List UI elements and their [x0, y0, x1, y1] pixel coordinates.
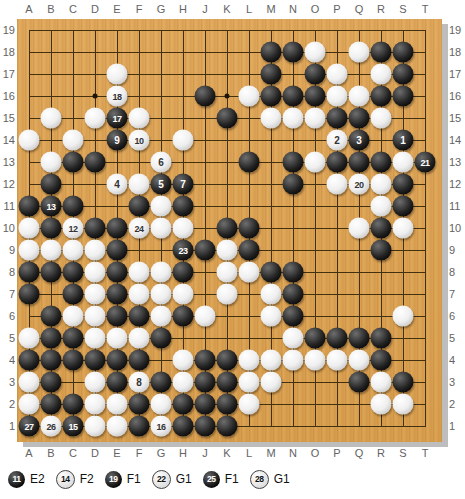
- white-stone-H14[interactable]: [173, 130, 194, 151]
- caption-move-19-stone: 19: [105, 471, 122, 488]
- white-stone-P12[interactable]: [327, 174, 348, 195]
- coord-label-top: T: [422, 3, 429, 15]
- white-stone-A5[interactable]: [19, 328, 40, 349]
- caption-move-22-stone: 22: [152, 470, 171, 489]
- move-number: 23: [178, 245, 187, 255]
- white-stone-K7[interactable]: [217, 284, 238, 305]
- white-stone-K8[interactable]: [217, 262, 238, 283]
- black-stone-M17[interactable]: [261, 64, 282, 85]
- move-number: 1: [400, 135, 406, 145]
- white-stone-F10[interactable]: 24: [129, 218, 150, 239]
- coord-label-top: C: [69, 3, 77, 15]
- move-number: 7: [180, 179, 186, 189]
- black-stone-K1[interactable]: [217, 416, 238, 437]
- white-stone-N5[interactable]: [283, 328, 304, 349]
- black-stone-N6[interactable]: [283, 306, 304, 327]
- coord-label-top: R: [377, 3, 385, 15]
- coord-label-right: 9: [449, 244, 455, 256]
- white-stone-Q10[interactable]: [349, 218, 370, 239]
- coord-label-right: 7: [449, 288, 455, 300]
- move-number: 18: [112, 91, 121, 101]
- move-number: 10: [134, 135, 143, 145]
- black-stone-F11[interactable]: [129, 196, 150, 217]
- coord-label-left: 11: [1, 200, 15, 212]
- coord-label-top: K: [223, 3, 230, 15]
- coord-label-top: J: [202, 3, 208, 15]
- black-stone-A11[interactable]: [19, 196, 40, 217]
- black-stone-M18[interactable]: [261, 42, 282, 63]
- black-stone-O17[interactable]: [305, 64, 326, 85]
- black-stone-B6[interactable]: [41, 306, 62, 327]
- coord-label-bottom: L: [246, 447, 252, 459]
- grid-line-horizontal: [29, 206, 426, 207]
- coord-label-bottom: P: [333, 447, 340, 459]
- coord-label-bottom: D: [91, 447, 99, 459]
- white-stone-F3[interactable]: 8: [129, 372, 150, 393]
- black-stone-C1[interactable]: 15: [63, 416, 84, 437]
- grid-line-horizontal: [29, 74, 426, 75]
- white-stone-B13[interactable]: [41, 152, 62, 173]
- black-stone-K2[interactable]: [217, 394, 238, 415]
- white-stone-L16[interactable]: [239, 86, 260, 107]
- coord-label-bottom: M: [266, 447, 275, 459]
- coord-label-right: 6: [449, 310, 455, 322]
- black-stone-P13[interactable]: [327, 152, 348, 173]
- white-stone-E1[interactable]: [107, 416, 128, 437]
- move-number: 12: [68, 223, 77, 233]
- black-stone-S16[interactable]: [393, 86, 414, 107]
- white-stone-R12[interactable]: [371, 174, 392, 195]
- white-stone-R2[interactable]: [371, 394, 392, 415]
- white-stone-D1[interactable]: [85, 416, 106, 437]
- black-stone-S18[interactable]: [393, 42, 414, 63]
- white-stone-P14[interactable]: 2: [327, 130, 348, 151]
- black-stone-K4[interactable]: [217, 350, 238, 371]
- coord-label-left: 10: [1, 222, 15, 234]
- black-stone-H2[interactable]: [173, 394, 194, 415]
- black-stone-E14[interactable]: 9: [107, 130, 128, 151]
- coord-label-top: P: [333, 3, 340, 15]
- black-stone-B12[interactable]: [41, 174, 62, 195]
- black-stone-E15[interactable]: 17: [107, 108, 128, 129]
- black-stone-B11[interactable]: 13: [41, 196, 62, 217]
- black-stone-R5[interactable]: [371, 328, 392, 349]
- white-stone-Q12[interactable]: 20: [349, 174, 370, 195]
- coord-label-bottom: C: [69, 447, 77, 459]
- black-stone-C8[interactable]: [63, 262, 84, 283]
- white-stone-A14[interactable]: [19, 130, 40, 151]
- black-stone-K3[interactable]: [217, 372, 238, 393]
- white-stone-E17[interactable]: [107, 64, 128, 85]
- caption-move-number: 22: [157, 474, 165, 484]
- coord-label-right: 15: [449, 112, 461, 124]
- white-stone-Q4[interactable]: [349, 350, 370, 371]
- coord-label-left: 19: [1, 24, 15, 36]
- white-stone-A9[interactable]: [19, 240, 40, 261]
- coord-label-right: 19: [449, 24, 461, 36]
- black-stone-H11[interactable]: [173, 196, 194, 217]
- white-stone-O4[interactable]: [305, 350, 326, 371]
- coord-label-left: 1: [1, 420, 15, 432]
- black-stone-E3[interactable]: [107, 372, 128, 393]
- coord-label-bottom: J: [202, 447, 208, 459]
- black-stone-B2[interactable]: [41, 394, 62, 415]
- white-stone-N4[interactable]: [283, 350, 304, 371]
- white-stone-B9[interactable]: [41, 240, 62, 261]
- white-stone-C9[interactable]: [63, 240, 84, 261]
- black-stone-J16[interactable]: [195, 86, 216, 107]
- black-stone-J9[interactable]: [195, 240, 216, 261]
- coord-label-right: 17: [449, 68, 461, 80]
- coord-label-left: 14: [1, 134, 15, 146]
- go-board[interactable]: 18179102316214572013122423827261516: [17, 19, 442, 442]
- white-stone-G10[interactable]: [151, 218, 172, 239]
- move-number: 8: [136, 377, 142, 387]
- black-stone-T13[interactable]: 21: [415, 152, 436, 173]
- white-stone-O13[interactable]: [305, 152, 326, 173]
- white-stone-C14[interactable]: [63, 130, 84, 151]
- black-stone-E10[interactable]: [107, 218, 128, 239]
- black-stone-D13[interactable]: [85, 152, 106, 173]
- black-stone-G12[interactable]: 5: [151, 174, 172, 195]
- white-stone-C10[interactable]: 12: [63, 218, 84, 239]
- white-stone-G2[interactable]: [151, 394, 172, 415]
- coord-label-left: 5: [1, 332, 15, 344]
- white-stone-G8[interactable]: [151, 262, 172, 283]
- move-number: 15: [68, 421, 77, 431]
- white-stone-Q18[interactable]: [349, 42, 370, 63]
- black-stone-N8[interactable]: [283, 262, 304, 283]
- coord-label-top: F: [136, 3, 143, 15]
- white-stone-A10[interactable]: [19, 218, 40, 239]
- white-stone-F7[interactable]: [129, 284, 150, 305]
- black-stone-E9[interactable]: [107, 240, 128, 261]
- caption-move-point: F2: [80, 472, 94, 486]
- black-stone-Q14[interactable]: 3: [349, 130, 370, 151]
- white-stone-D8[interactable]: [85, 262, 106, 283]
- black-stone-J2[interactable]: [195, 394, 216, 415]
- black-stone-F2[interactable]: [129, 394, 150, 415]
- move-caption: 11E214F219F122G125F128G1: [8, 468, 296, 490]
- black-stone-H1[interactable]: [173, 416, 194, 437]
- white-stone-D15[interactable]: [85, 108, 106, 129]
- white-stone-S2[interactable]: [393, 394, 414, 415]
- white-stone-R17[interactable]: [371, 64, 392, 85]
- move-number: 16: [156, 421, 165, 431]
- white-stone-D9[interactable]: [85, 240, 106, 261]
- coord-label-bottom: O: [311, 447, 320, 459]
- black-stone-B3[interactable]: [41, 372, 62, 393]
- black-stone-P5[interactable]: [327, 328, 348, 349]
- white-stone-D6[interactable]: [85, 306, 106, 327]
- coord-label-right: 8: [449, 266, 455, 278]
- white-stone-P16[interactable]: [327, 86, 348, 107]
- white-stone-M15[interactable]: [261, 108, 282, 129]
- black-stone-G3[interactable]: [151, 372, 172, 393]
- white-stone-M7[interactable]: [261, 284, 282, 305]
- black-stone-M8[interactable]: [261, 262, 282, 283]
- caption-move-point: F1: [127, 472, 141, 486]
- caption-move-number: 25: [207, 474, 215, 484]
- white-stone-R15[interactable]: [371, 108, 392, 129]
- black-stone-C5[interactable]: [63, 328, 84, 349]
- coord-label-top: H: [179, 3, 187, 15]
- coord-label-left: 13: [1, 156, 15, 168]
- coord-label-left: 12: [1, 178, 15, 190]
- black-stone-O16[interactable]: [305, 86, 326, 107]
- go-diagram: 18179102316214572013122423827261516 AABB…: [0, 0, 465, 499]
- white-stone-R3[interactable]: [371, 372, 392, 393]
- black-stone-F6[interactable]: [129, 306, 150, 327]
- black-stone-H8[interactable]: [173, 262, 194, 283]
- coord-label-top: O: [311, 3, 320, 15]
- coord-label-top: S: [399, 3, 406, 15]
- caption-move-11-stone: 11: [8, 471, 25, 488]
- white-stone-S6[interactable]: [393, 306, 414, 327]
- coord-label-top: G: [157, 3, 166, 15]
- move-number: 13: [46, 201, 55, 211]
- coord-label-bottom: N: [289, 447, 297, 459]
- black-stone-H9[interactable]: 23: [173, 240, 194, 261]
- black-stone-R4[interactable]: [371, 350, 392, 371]
- black-stone-C7[interactable]: [63, 284, 84, 305]
- white-stone-G6[interactable]: [151, 306, 172, 327]
- black-stone-D10[interactable]: [85, 218, 106, 239]
- coord-label-bottom: T: [422, 447, 429, 459]
- caption-move-number: 19: [109, 474, 117, 484]
- black-stone-A8[interactable]: [19, 262, 40, 283]
- black-stone-K15[interactable]: [217, 108, 238, 129]
- black-stone-L13[interactable]: [239, 152, 260, 173]
- black-stone-S12[interactable]: [393, 174, 414, 195]
- black-stone-Q15[interactable]: [349, 108, 370, 129]
- white-stone-D2[interactable]: [85, 394, 106, 415]
- white-stone-B15[interactable]: [41, 108, 62, 129]
- white-stone-O15[interactable]: [305, 108, 326, 129]
- black-stone-N16[interactable]: [283, 86, 304, 107]
- black-stone-R13[interactable]: [371, 152, 392, 173]
- black-stone-S17[interactable]: [393, 64, 414, 85]
- black-stone-A4[interactable]: [19, 350, 40, 371]
- white-stone-D5[interactable]: [85, 328, 106, 349]
- black-stone-Q5[interactable]: [349, 328, 370, 349]
- black-stone-C11[interactable]: [63, 196, 84, 217]
- caption-move-28-stone: 28: [250, 470, 269, 489]
- white-stone-E5[interactable]: [107, 328, 128, 349]
- white-stone-O18[interactable]: [305, 42, 326, 63]
- hoshi-point: [93, 94, 98, 99]
- white-stone-H3[interactable]: [173, 372, 194, 393]
- black-stone-C13[interactable]: [63, 152, 84, 173]
- white-stone-E2[interactable]: [107, 394, 128, 415]
- white-stone-P4[interactable]: [327, 350, 348, 371]
- white-stone-M6[interactable]: [261, 306, 282, 327]
- white-stone-L3[interactable]: [239, 372, 260, 393]
- move-number: 20: [354, 179, 363, 189]
- coord-label-left: 2: [1, 398, 15, 410]
- black-stone-H6[interactable]: [173, 306, 194, 327]
- caption-move-number: 11: [13, 474, 21, 484]
- white-stone-E16[interactable]: 18: [107, 86, 128, 107]
- white-stone-L8[interactable]: [239, 262, 260, 283]
- white-stone-A3[interactable]: [19, 372, 40, 393]
- caption-move-point: E2: [30, 472, 45, 486]
- white-stone-H7[interactable]: [173, 284, 194, 305]
- black-stone-F4[interactable]: [129, 350, 150, 371]
- black-stone-F1[interactable]: [129, 416, 150, 437]
- black-stone-S3[interactable]: [393, 372, 414, 393]
- black-stone-N13[interactable]: [283, 152, 304, 173]
- coord-label-right: 11: [449, 200, 460, 212]
- coord-label-bottom: Q: [355, 447, 364, 459]
- white-stone-M4[interactable]: [261, 350, 282, 371]
- move-number: 27: [24, 421, 33, 431]
- black-stone-P15[interactable]: [327, 108, 348, 129]
- coord-label-right: 18: [449, 46, 461, 58]
- black-stone-Q13[interactable]: [349, 152, 370, 173]
- move-number: 3: [356, 135, 362, 145]
- coord-label-left: 17: [1, 68, 15, 80]
- white-stone-M3[interactable]: [261, 372, 282, 393]
- caption-move-point: G1: [274, 472, 290, 486]
- white-stone-C6[interactable]: [63, 306, 84, 327]
- black-stone-Q3[interactable]: [349, 372, 370, 393]
- black-stone-M16[interactable]: [261, 86, 282, 107]
- black-stone-B8[interactable]: [41, 262, 62, 283]
- coord-label-top: M: [266, 3, 275, 15]
- move-number: 24: [134, 223, 143, 233]
- coord-label-left: 3: [1, 376, 15, 388]
- black-stone-E7[interactable]: [107, 284, 128, 305]
- white-stone-F12[interactable]: [129, 174, 150, 195]
- white-stone-G1[interactable]: 16: [151, 416, 172, 437]
- coord-label-right: 1: [449, 420, 455, 432]
- white-stone-H10[interactable]: [173, 218, 194, 239]
- white-stone-Q16[interactable]: [349, 86, 370, 107]
- white-stone-D3[interactable]: [85, 372, 106, 393]
- coord-label-top: D: [91, 3, 99, 15]
- black-stone-S11[interactable]: [393, 196, 414, 217]
- black-stone-J4[interactable]: [195, 350, 216, 371]
- black-stone-S14[interactable]: 1: [393, 130, 414, 151]
- black-stone-J1[interactable]: [195, 416, 216, 437]
- move-number: 6: [158, 157, 164, 167]
- coord-label-right: 10: [449, 222, 461, 234]
- black-stone-O5[interactable]: [305, 328, 326, 349]
- caption-move-number: 14: [61, 474, 69, 484]
- black-stone-J3[interactable]: [195, 372, 216, 393]
- black-stone-R10[interactable]: [371, 218, 392, 239]
- move-number: 4: [114, 179, 120, 189]
- coord-label-bottom: G: [157, 447, 166, 459]
- white-stone-S13[interactable]: [393, 152, 414, 173]
- black-stone-E8[interactable]: [107, 262, 128, 283]
- black-stone-E6[interactable]: [107, 306, 128, 327]
- caption-move-25-stone: 25: [203, 471, 220, 488]
- coord-label-top: N: [289, 3, 297, 15]
- coord-label-bottom: K: [223, 447, 230, 459]
- white-stone-G13[interactable]: 6: [151, 152, 172, 173]
- white-stone-R11[interactable]: [371, 196, 392, 217]
- black-stone-D4[interactable]: [85, 350, 106, 371]
- white-stone-P17[interactable]: [327, 64, 348, 85]
- black-stone-R16[interactable]: [371, 86, 392, 107]
- white-stone-A2[interactable]: [19, 394, 40, 415]
- coord-label-right: 14: [449, 134, 461, 146]
- caption-move-point: G1: [176, 472, 192, 486]
- coord-label-left: 9: [1, 244, 15, 256]
- black-stone-R9[interactable]: [371, 240, 392, 261]
- coord-label-bottom: F: [136, 447, 143, 459]
- move-number: 17: [112, 113, 121, 123]
- black-stone-G5[interactable]: [151, 328, 172, 349]
- black-stone-N18[interactable]: [283, 42, 304, 63]
- white-stone-F5[interactable]: [129, 328, 150, 349]
- black-stone-A7[interactable]: [19, 284, 40, 305]
- white-stone-J6[interactable]: [195, 306, 216, 327]
- black-stone-B10[interactable]: [41, 218, 62, 239]
- coord-label-bottom: E: [113, 447, 120, 459]
- coord-label-right: 4: [449, 354, 455, 366]
- black-stone-C4[interactable]: [63, 350, 84, 371]
- white-stone-F8[interactable]: [129, 262, 150, 283]
- white-stone-F14[interactable]: 10: [129, 130, 150, 151]
- coord-label-left: 4: [1, 354, 15, 366]
- coord-label-right: 5: [449, 332, 455, 344]
- black-stone-N12[interactable]: [283, 174, 304, 195]
- hoshi-point: [225, 94, 230, 99]
- white-stone-H4[interactable]: [173, 350, 194, 371]
- white-stone-L2[interactable]: [239, 394, 260, 415]
- coord-label-top: A: [25, 3, 32, 15]
- caption-move-14-stone: 14: [56, 470, 75, 489]
- move-number: 9: [114, 135, 120, 145]
- white-stone-D7[interactable]: [85, 284, 106, 305]
- black-stone-B4[interactable]: [41, 350, 62, 371]
- coord-label-left: 7: [1, 288, 15, 300]
- white-stone-S10[interactable]: [393, 218, 414, 239]
- coord-label-top: B: [47, 3, 54, 15]
- coord-label-left: 15: [1, 112, 15, 124]
- black-stone-A1[interactable]: 27: [19, 416, 40, 437]
- white-stone-E12[interactable]: 4: [107, 174, 128, 195]
- coord-label-top: L: [246, 3, 252, 15]
- white-stone-G11[interactable]: [151, 196, 172, 217]
- white-stone-K9[interactable]: [217, 240, 238, 261]
- black-stone-L9[interactable]: [239, 240, 260, 261]
- white-stone-L4[interactable]: [239, 350, 260, 371]
- white-stone-F15[interactable]: [129, 108, 150, 129]
- black-stone-C2[interactable]: [63, 394, 84, 415]
- white-stone-B1[interactable]: 26: [41, 416, 62, 437]
- coord-label-right: 12: [449, 178, 461, 190]
- black-stone-K10[interactable]: [217, 218, 238, 239]
- move-number: 5: [158, 179, 164, 189]
- black-stone-R18[interactable]: [371, 42, 392, 63]
- coord-label-left: 18: [1, 46, 15, 58]
- coord-label-right: 3: [449, 376, 455, 388]
- white-stone-G7[interactable]: [151, 284, 172, 305]
- black-stone-N7[interactable]: [283, 284, 304, 305]
- coord-label-bottom: R: [377, 447, 385, 459]
- white-stone-N15[interactable]: [283, 108, 304, 129]
- black-stone-E4[interactable]: [107, 350, 128, 371]
- black-stone-H12[interactable]: 7: [173, 174, 194, 195]
- black-stone-B5[interactable]: [41, 328, 62, 349]
- coord-label-bottom: B: [47, 447, 54, 459]
- caption-move-number: 28: [255, 474, 263, 484]
- black-stone-L10[interactable]: [239, 218, 260, 239]
